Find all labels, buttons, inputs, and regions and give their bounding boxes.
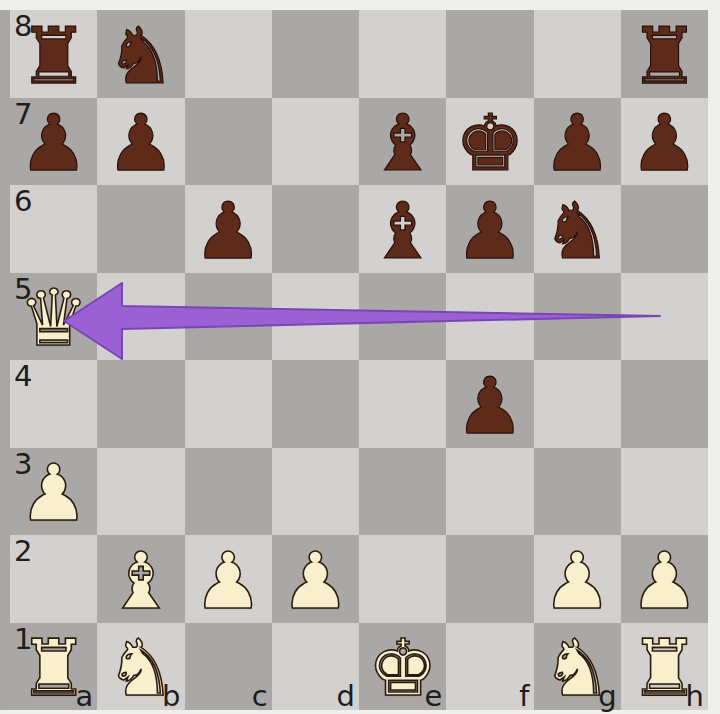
file-label-f: f <box>519 682 529 711</box>
top-margin <box>0 0 720 10</box>
white-pawn-g2[interactable]: ♟ <box>542 542 612 620</box>
square-h3[interactable] <box>621 448 708 536</box>
white-pawn-c2[interactable]: ♟ <box>193 542 263 620</box>
black-rook-h8[interactable]: ♜ <box>629 17 699 95</box>
rank-label-6: 6 <box>14 187 32 216</box>
square-f4[interactable]: ♟ <box>446 360 533 448</box>
white-pawn-h2[interactable]: ♟ <box>629 542 699 620</box>
black-pawn-g7[interactable]: ♟ <box>542 104 612 182</box>
square-e2[interactable] <box>359 535 446 623</box>
square-h2[interactable]: ♟ <box>621 535 708 623</box>
square-g5[interactable] <box>534 273 621 361</box>
square-h4[interactable] <box>621 360 708 448</box>
white-bishop-b2[interactable]: ♝ <box>106 542 176 620</box>
rank-label-8: 8 <box>14 12 32 41</box>
black-king-f7[interactable]: ♚ <box>455 104 525 182</box>
square-h8[interactable]: ♜ <box>621 10 708 98</box>
square-f6[interactable]: ♟ <box>446 185 533 273</box>
rank-label-2: 2 <box>14 537 32 566</box>
square-b7[interactable]: ♟ <box>97 98 184 186</box>
square-a2[interactable]: 2 <box>10 535 97 623</box>
square-h5[interactable] <box>621 273 708 361</box>
square-b6[interactable] <box>97 185 184 273</box>
square-a8[interactable]: ♜8 <box>10 10 97 98</box>
square-a5[interactable]: ♛5 <box>10 273 97 361</box>
square-a1[interactable]: ♜1a <box>10 623 97 711</box>
board-left-gutter <box>0 10 10 710</box>
square-c4[interactable] <box>185 360 272 448</box>
black-pawn-b7[interactable]: ♟ <box>106 104 176 182</box>
square-e1[interactable]: ♚e <box>359 623 446 711</box>
file-label-d: d <box>337 682 355 711</box>
square-c7[interactable] <box>185 98 272 186</box>
square-g1[interactable]: ♞g <box>534 623 621 711</box>
black-pawn-c6[interactable]: ♟ <box>193 192 263 270</box>
square-d7[interactable] <box>272 98 359 186</box>
square-c6[interactable]: ♟ <box>185 185 272 273</box>
square-h7[interactable]: ♟ <box>621 98 708 186</box>
square-h6[interactable] <box>621 185 708 273</box>
square-b3[interactable] <box>97 448 184 536</box>
square-e8[interactable] <box>359 10 446 98</box>
square-b2[interactable]: ♝ <box>97 535 184 623</box>
square-g6[interactable]: ♞ <box>534 185 621 273</box>
black-pawn-h7[interactable]: ♟ <box>629 104 699 182</box>
square-e7[interactable]: ♝ <box>359 98 446 186</box>
black-pawn-f6[interactable]: ♟ <box>455 192 525 270</box>
square-c3[interactable] <box>185 448 272 536</box>
square-c2[interactable]: ♟ <box>185 535 272 623</box>
file-label-c: c <box>252 682 268 711</box>
square-b5[interactable] <box>97 273 184 361</box>
file-label-a: a <box>75 682 93 711</box>
white-pawn-d2[interactable]: ♟ <box>280 542 350 620</box>
square-b4[interactable] <box>97 360 184 448</box>
square-g4[interactable] <box>534 360 621 448</box>
rank-label-1: 1 <box>14 625 32 654</box>
file-label-h: h <box>686 682 704 711</box>
black-bishop-e6[interactable]: ♝ <box>368 192 438 270</box>
square-f8[interactable] <box>446 10 533 98</box>
file-label-e: e <box>424 682 442 711</box>
square-c1[interactable]: c <box>185 623 272 711</box>
black-knight-b8[interactable]: ♞ <box>106 17 176 95</box>
square-e5[interactable] <box>359 273 446 361</box>
rank-label-7: 7 <box>14 100 32 129</box>
square-d4[interactable] <box>272 360 359 448</box>
square-f2[interactable] <box>446 535 533 623</box>
square-f7[interactable]: ♚ <box>446 98 533 186</box>
square-b1[interactable]: ♞b <box>97 623 184 711</box>
black-pawn-f4[interactable]: ♟ <box>455 367 525 445</box>
square-e3[interactable] <box>359 448 446 536</box>
square-a3[interactable]: ♟3 <box>10 448 97 536</box>
square-c8[interactable] <box>185 10 272 98</box>
square-g2[interactable]: ♟ <box>534 535 621 623</box>
square-d3[interactable] <box>272 448 359 536</box>
square-f1[interactable]: f <box>446 623 533 711</box>
file-label-b: b <box>162 682 180 711</box>
square-h1[interactable]: ♜h <box>621 623 708 711</box>
rank-label-4: 4 <box>14 362 32 391</box>
square-d8[interactable] <box>272 10 359 98</box>
square-d6[interactable] <box>272 185 359 273</box>
square-c5[interactable] <box>185 273 272 361</box>
rank-label-5: 5 <box>14 275 32 304</box>
square-g3[interactable] <box>534 448 621 536</box>
rank-label-3: 3 <box>14 450 32 479</box>
square-e6[interactable]: ♝ <box>359 185 446 273</box>
square-f3[interactable] <box>446 448 533 536</box>
black-bishop-e7[interactable]: ♝ <box>368 104 438 182</box>
square-e4[interactable] <box>359 360 446 448</box>
square-g7[interactable]: ♟ <box>534 98 621 186</box>
square-d5[interactable] <box>272 273 359 361</box>
square-g8[interactable] <box>534 10 621 98</box>
square-a4[interactable]: 4 <box>10 360 97 448</box>
square-d1[interactable]: d <box>272 623 359 711</box>
square-d2[interactable]: ♟ <box>272 535 359 623</box>
square-b8[interactable]: ♞ <box>97 10 184 98</box>
black-knight-g6[interactable]: ♞ <box>542 192 612 270</box>
square-f5[interactable] <box>446 273 533 361</box>
square-a7[interactable]: ♟7 <box>10 98 97 186</box>
square-a6[interactable]: 6 <box>10 185 97 273</box>
chess-board: ♜8♞♜♟7♟♝♚♟♟6♟♝♟♞♛54♟♟32♝♟♟♟♟♜1a♞bcd♚ef♞g… <box>10 10 708 710</box>
file-label-g: g <box>598 682 616 711</box>
